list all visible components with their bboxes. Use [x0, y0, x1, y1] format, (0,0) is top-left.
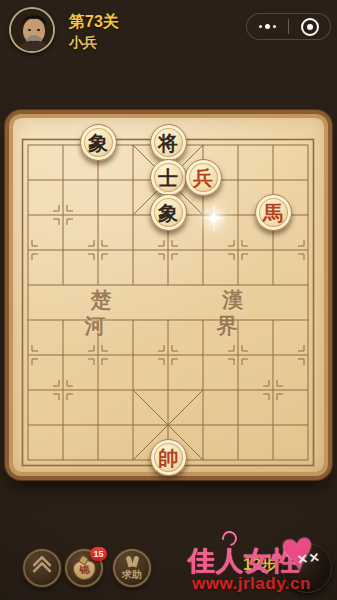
more-button[interactable]: [247, 14, 288, 39]
exit-button[interactable]: [289, 14, 330, 39]
piece-red-horse[interactable]: 馬: [255, 194, 292, 231]
bag-label: 锦: [78, 562, 90, 577]
piece-red-general[interactable]: 帥: [150, 439, 187, 476]
more-dots-icon: [259, 24, 276, 29]
collapse-button[interactable]: [23, 549, 61, 587]
steps-counter: 12步: [243, 555, 277, 576]
watermark-swirl-icon: [219, 528, 240, 549]
help-button-label: 求助: [122, 568, 142, 582]
bottom-right-button[interactable]: [282, 543, 332, 593]
hint-count-badge: 15: [90, 547, 107, 561]
exit-target-icon: [301, 18, 319, 36]
level-title: 第73关: [69, 12, 119, 33]
piece-black-advisor[interactable]: 士: [150, 159, 187, 196]
app-screen: 第73关 小兵 楚河 漢界 象将士兵象馬帥 锦 15 求助 12步 佳人女性: [0, 0, 337, 600]
sparkle-effect: [210, 214, 218, 222]
wechat-capsule: [246, 13, 331, 40]
piece-black-elephant-1[interactable]: 象: [80, 124, 117, 161]
praying-hands-icon: [127, 556, 138, 567]
piece-red-soldier[interactable]: 兵: [185, 159, 222, 196]
pieces-layer: 象将士兵象馬帥: [11, 128, 326, 478]
level-subtitle: 小兵: [69, 34, 97, 52]
help-button[interactable]: 求助: [113, 549, 151, 587]
avatar-portrait: [11, 9, 55, 53]
xiangqi-board[interactable]: 楚河 漢界 象将士兵象馬帥: [13, 118, 324, 472]
hint-bag-button[interactable]: 锦 15: [65, 549, 103, 587]
piece-black-elephant-2[interactable]: 象: [150, 194, 187, 231]
player-avatar[interactable]: [9, 7, 55, 53]
piece-black-general[interactable]: 将: [150, 124, 187, 161]
money-bag-icon: 锦: [71, 558, 97, 581]
